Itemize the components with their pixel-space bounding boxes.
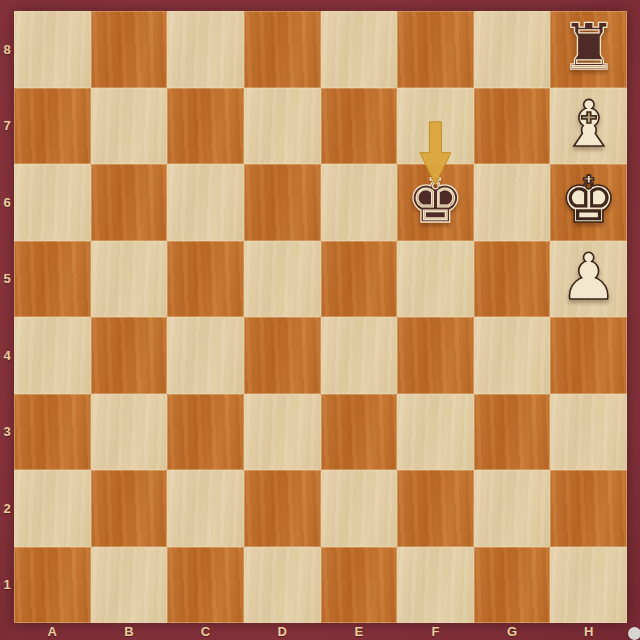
square-h8[interactable]: ♜ bbox=[550, 11, 627, 88]
square-g3[interactable] bbox=[474, 394, 551, 471]
square-c8[interactable] bbox=[167, 11, 244, 88]
square-f8[interactable] bbox=[397, 11, 474, 88]
square-a7[interactable] bbox=[14, 88, 91, 165]
square-a2[interactable] bbox=[14, 470, 91, 547]
square-b5[interactable] bbox=[91, 241, 168, 318]
file-label-e: E bbox=[321, 623, 398, 640]
square-a1[interactable] bbox=[14, 547, 91, 624]
file-label-h: H bbox=[550, 623, 627, 640]
square-g1[interactable] bbox=[474, 547, 551, 624]
file-label-g: G bbox=[474, 623, 551, 640]
square-c7[interactable] bbox=[167, 88, 244, 165]
black-rook[interactable]: ♜ bbox=[560, 15, 617, 79]
square-f1[interactable] bbox=[397, 547, 474, 624]
square-e2[interactable] bbox=[321, 470, 398, 547]
square-e8[interactable] bbox=[321, 11, 398, 88]
square-d8[interactable] bbox=[244, 11, 321, 88]
board-frame: ♜♝♚♚♟ 87654321 ABCDEFGH bbox=[0, 0, 640, 640]
rank-label-2: 2 bbox=[0, 470, 14, 547]
square-h6[interactable]: ♚ bbox=[550, 164, 627, 241]
square-h7[interactable]: ♝ bbox=[550, 88, 627, 165]
square-d1[interactable] bbox=[244, 547, 321, 624]
square-d6[interactable] bbox=[244, 164, 321, 241]
square-e7[interactable] bbox=[321, 88, 398, 165]
square-a6[interactable] bbox=[14, 164, 91, 241]
square-b7[interactable] bbox=[91, 88, 168, 165]
square-h4[interactable] bbox=[550, 317, 627, 394]
white-pawn[interactable]: ♟ bbox=[560, 245, 617, 309]
square-f4[interactable] bbox=[397, 317, 474, 394]
square-g5[interactable] bbox=[474, 241, 551, 318]
rank-label-4: 4 bbox=[0, 317, 14, 394]
square-g4[interactable] bbox=[474, 317, 551, 394]
square-b6[interactable] bbox=[91, 164, 168, 241]
square-a3[interactable] bbox=[14, 394, 91, 471]
rank-label-1: 1 bbox=[0, 547, 14, 624]
square-b1[interactable] bbox=[91, 547, 168, 624]
square-b2[interactable] bbox=[91, 470, 168, 547]
square-a4[interactable] bbox=[14, 317, 91, 394]
square-c6[interactable] bbox=[167, 164, 244, 241]
square-h5[interactable]: ♟ bbox=[550, 241, 627, 318]
square-c5[interactable] bbox=[167, 241, 244, 318]
square-b3[interactable] bbox=[91, 394, 168, 471]
rank-label-3: 3 bbox=[0, 394, 14, 471]
square-e6[interactable] bbox=[321, 164, 398, 241]
square-d4[interactable] bbox=[244, 317, 321, 394]
file-label-b: B bbox=[91, 623, 168, 640]
square-d2[interactable] bbox=[244, 470, 321, 547]
file-labels: ABCDEFGH bbox=[14, 623, 627, 640]
square-a5[interactable] bbox=[14, 241, 91, 318]
square-g2[interactable] bbox=[474, 470, 551, 547]
rank-label-5: 5 bbox=[0, 241, 14, 318]
square-b4[interactable] bbox=[91, 317, 168, 394]
square-h3[interactable] bbox=[550, 394, 627, 471]
square-f5[interactable] bbox=[397, 241, 474, 318]
square-f3[interactable] bbox=[397, 394, 474, 471]
file-label-f: F bbox=[397, 623, 474, 640]
square-g6[interactable] bbox=[474, 164, 551, 241]
square-g8[interactable] bbox=[474, 11, 551, 88]
rank-label-6: 6 bbox=[0, 164, 14, 241]
square-e3[interactable] bbox=[321, 394, 398, 471]
white-bishop[interactable]: ♝ bbox=[560, 92, 617, 156]
chess-board: ♜♝♚♚♟ bbox=[14, 11, 627, 623]
square-e5[interactable] bbox=[321, 241, 398, 318]
white-king[interactable]: ♚ bbox=[560, 168, 617, 232]
square-h1[interactable] bbox=[550, 547, 627, 624]
square-a8[interactable] bbox=[14, 11, 91, 88]
square-c4[interactable] bbox=[167, 317, 244, 394]
file-label-c: C bbox=[167, 623, 244, 640]
square-d5[interactable] bbox=[244, 241, 321, 318]
corner-dot bbox=[628, 627, 640, 640]
square-f7[interactable] bbox=[397, 88, 474, 165]
file-label-d: D bbox=[244, 623, 321, 640]
square-g7[interactable] bbox=[474, 88, 551, 165]
square-c1[interactable] bbox=[167, 547, 244, 624]
square-d7[interactable] bbox=[244, 88, 321, 165]
square-c3[interactable] bbox=[167, 394, 244, 471]
rank-labels: 87654321 bbox=[0, 11, 14, 623]
square-d3[interactable] bbox=[244, 394, 321, 471]
square-e1[interactable] bbox=[321, 547, 398, 624]
square-h2[interactable] bbox=[550, 470, 627, 547]
black-king[interactable]: ♚ bbox=[407, 168, 464, 232]
rank-label-8: 8 bbox=[0, 11, 14, 88]
rank-label-7: 7 bbox=[0, 88, 14, 165]
square-b8[interactable] bbox=[91, 11, 168, 88]
square-f2[interactable] bbox=[397, 470, 474, 547]
square-e4[interactable] bbox=[321, 317, 398, 394]
square-f6[interactable]: ♚ bbox=[397, 164, 474, 241]
file-label-a: A bbox=[14, 623, 91, 640]
square-c2[interactable] bbox=[167, 470, 244, 547]
